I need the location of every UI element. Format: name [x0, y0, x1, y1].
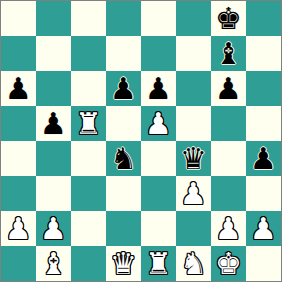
square-b8[interactable]	[36, 1, 71, 36]
black-pawn-g6: ♟	[211, 71, 246, 106]
square-e7[interactable]	[141, 36, 176, 71]
black-queen-f4: ♛	[176, 141, 211, 176]
black-knight-d4: ♞	[106, 141, 141, 176]
white-bishop-b1: ♝	[36, 246, 71, 281]
square-a7[interactable]	[1, 36, 36, 71]
square-f1[interactable]: ♞	[176, 246, 211, 281]
square-b5[interactable]: ♟	[36, 106, 71, 141]
square-a4[interactable]	[1, 141, 36, 176]
square-g6[interactable]: ♟	[211, 71, 246, 106]
square-d2[interactable]	[106, 211, 141, 246]
square-f6[interactable]	[176, 71, 211, 106]
white-pawn-a2: ♟	[1, 211, 36, 246]
square-a1[interactable]	[1, 246, 36, 281]
square-g5[interactable]	[211, 106, 246, 141]
chess-board: ♚♝♟♟♟♟♟♜♟♞♛♟♟♟♟♟♟♝♛♜♞♚	[1, 1, 281, 281]
square-c2[interactable]	[71, 211, 106, 246]
black-pawn-d6: ♟	[106, 71, 141, 106]
square-e2[interactable]	[141, 211, 176, 246]
square-b2[interactable]: ♟	[36, 211, 71, 246]
black-pawn-e6: ♟	[141, 71, 176, 106]
square-f5[interactable]	[176, 106, 211, 141]
square-d5[interactable]	[106, 106, 141, 141]
square-h2[interactable]: ♟	[246, 211, 281, 246]
square-h7[interactable]	[246, 36, 281, 71]
square-d8[interactable]	[106, 1, 141, 36]
square-h1[interactable]	[246, 246, 281, 281]
square-d7[interactable]	[106, 36, 141, 71]
white-pawn-h2: ♟	[246, 211, 281, 246]
white-pawn-b2: ♟	[36, 211, 71, 246]
white-rook-c5: ♜	[71, 106, 106, 141]
white-rook-e1: ♜	[141, 246, 176, 281]
square-b1[interactable]: ♝	[36, 246, 71, 281]
square-g7[interactable]: ♝	[211, 36, 246, 71]
square-h6[interactable]	[246, 71, 281, 106]
square-g2[interactable]: ♟	[211, 211, 246, 246]
square-g4[interactable]	[211, 141, 246, 176]
square-c1[interactable]	[71, 246, 106, 281]
square-c8[interactable]	[71, 1, 106, 36]
square-e1[interactable]: ♜	[141, 246, 176, 281]
black-pawn-a6: ♟	[1, 71, 36, 106]
square-e5[interactable]: ♟	[141, 106, 176, 141]
square-f3[interactable]: ♟	[176, 176, 211, 211]
square-g3[interactable]	[211, 176, 246, 211]
square-g8[interactable]: ♚	[211, 1, 246, 36]
board-frame: ♚♝♟♟♟♟♟♜♟♞♛♟♟♟♟♟♟♝♛♜♞♚	[0, 0, 282, 282]
white-pawn-g2: ♟	[211, 211, 246, 246]
square-d6[interactable]: ♟	[106, 71, 141, 106]
black-bishop-g7: ♝	[211, 36, 246, 71]
square-b3[interactable]	[36, 176, 71, 211]
square-c6[interactable]	[71, 71, 106, 106]
square-d3[interactable]	[106, 176, 141, 211]
square-h8[interactable]	[246, 1, 281, 36]
square-e3[interactable]	[141, 176, 176, 211]
square-a8[interactable]	[1, 1, 36, 36]
black-king-g8: ♚	[211, 1, 246, 36]
white-queen-d1: ♛	[106, 246, 141, 281]
square-h4[interactable]: ♟	[246, 141, 281, 176]
square-c4[interactable]	[71, 141, 106, 176]
square-f4[interactable]: ♛	[176, 141, 211, 176]
square-b6[interactable]	[36, 71, 71, 106]
square-c5[interactable]: ♜	[71, 106, 106, 141]
square-f7[interactable]	[176, 36, 211, 71]
black-pawn-h4: ♟	[246, 141, 281, 176]
white-knight-f1: ♞	[176, 246, 211, 281]
square-c7[interactable]	[71, 36, 106, 71]
square-b4[interactable]	[36, 141, 71, 176]
square-a3[interactable]	[1, 176, 36, 211]
black-pawn-b5: ♟	[36, 106, 71, 141]
square-d1[interactable]: ♛	[106, 246, 141, 281]
square-h3[interactable]	[246, 176, 281, 211]
square-f2[interactable]	[176, 211, 211, 246]
square-a5[interactable]	[1, 106, 36, 141]
white-king-g1: ♚	[211, 246, 246, 281]
square-c3[interactable]	[71, 176, 106, 211]
square-a6[interactable]: ♟	[1, 71, 36, 106]
square-e6[interactable]: ♟	[141, 71, 176, 106]
square-e8[interactable]	[141, 1, 176, 36]
square-e4[interactable]	[141, 141, 176, 176]
square-h5[interactable]	[246, 106, 281, 141]
square-b7[interactable]	[36, 36, 71, 71]
square-g1[interactable]: ♚	[211, 246, 246, 281]
square-f8[interactable]	[176, 1, 211, 36]
square-a2[interactable]: ♟	[1, 211, 36, 246]
square-d4[interactable]: ♞	[106, 141, 141, 176]
white-pawn-e5: ♟	[141, 106, 176, 141]
white-pawn-f3: ♟	[176, 176, 211, 211]
